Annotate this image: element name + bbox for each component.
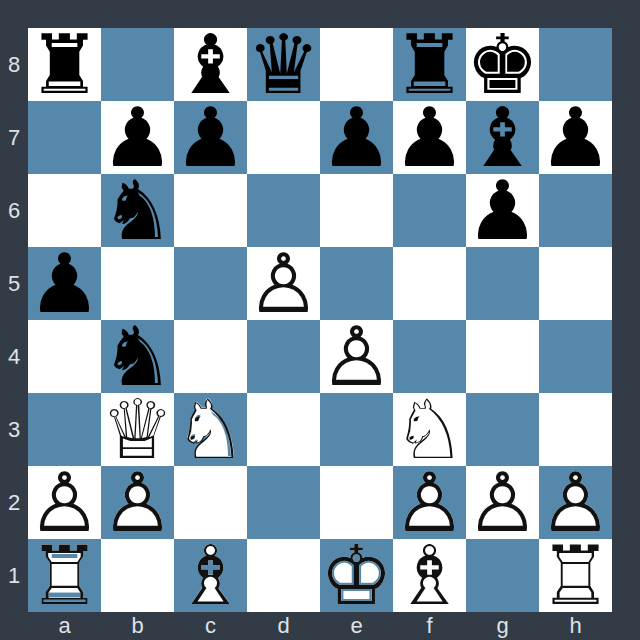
white-king-e1[interactable]: ♚♔ [320,539,393,612]
square-e6[interactable] [320,174,393,247]
piece-glyph: ♟ [320,101,393,174]
square-a1[interactable]: ♜♖ [28,539,101,612]
piece-glyph-outline: ♙ [101,466,174,539]
piece-glyph: ♜ [393,28,466,101]
rank-label-6: 6 [0,174,28,247]
square-b6[interactable]: ♞ [101,174,174,247]
piece-glyph: ♟ [539,466,612,539]
white-knight-c3[interactable]: ♞♘ [174,393,247,466]
file-label-h: h [539,612,612,640]
square-a3[interactable] [28,393,101,466]
piece-glyph-outline: ♖ [539,539,612,612]
square-d6[interactable] [247,174,320,247]
square-h8[interactable] [539,28,612,101]
piece-glyph: ♝ [393,539,466,612]
rank-label-3: 3 [0,393,28,466]
piece-glyph: ♞ [174,393,247,466]
piece-glyph: ♛ [101,393,174,466]
piece-glyph: ♚ [466,28,539,101]
white-pawn-g2[interactable]: ♟♙ [466,466,539,539]
square-h2[interactable]: ♟♙ [539,466,612,539]
file-label-d: d [247,612,320,640]
piece-glyph: ♝ [174,539,247,612]
white-pawn-d5[interactable]: ♟♙ [247,247,320,320]
square-d1[interactable] [247,539,320,612]
file-label-a: a [28,612,101,640]
square-a8[interactable]: ♜ [28,28,101,101]
square-g7[interactable]: ♝ [466,101,539,174]
square-h5[interactable] [539,247,612,320]
square-a4[interactable] [28,320,101,393]
piece-glyph-outline: ♗ [393,539,466,612]
square-f6[interactable] [393,174,466,247]
square-f7[interactable]: ♟ [393,101,466,174]
white-queen-b3[interactable]: ♛♕ [101,393,174,466]
square-b4[interactable]: ♞ [101,320,174,393]
square-h7[interactable]: ♟ [539,101,612,174]
piece-glyph: ♟ [174,101,247,174]
piece-glyph: ♟ [393,466,466,539]
piece-glyph: ♜ [539,539,612,612]
piece-glyph-outline: ♙ [320,320,393,393]
piece-glyph-outline: ♙ [466,466,539,539]
piece-glyph: ♝ [466,101,539,174]
white-knight-f3[interactable]: ♞♘ [393,393,466,466]
white-pawn-a2[interactable]: ♟♙ [28,466,101,539]
black-queen-d8[interactable]: ♛ [247,28,320,101]
board-frame: ♜♝♛♜♚♟♟♟♟♝♟♞♟♟♟♙♞♟♙♛♕♞♘♞♘♟♙♟♙♟♙♟♙♟♙♜♖♝♗♚… [0,0,640,640]
square-c6[interactable] [174,174,247,247]
white-bishop-c1[interactable]: ♝♗ [174,539,247,612]
square-e2[interactable] [320,466,393,539]
piece-glyph: ♟ [101,101,174,174]
file-label-f: f [393,612,466,640]
square-b8[interactable] [101,28,174,101]
square-d8[interactable]: ♛ [247,28,320,101]
piece-glyph: ♟ [101,466,174,539]
square-d5[interactable]: ♟♙ [247,247,320,320]
piece-glyph: ♞ [101,320,174,393]
square-g1[interactable] [466,539,539,612]
piece-glyph: ♜ [28,28,101,101]
square-h3[interactable] [539,393,612,466]
black-bishop-g7[interactable]: ♝ [466,101,539,174]
square-d4[interactable] [247,320,320,393]
piece-glyph-outline: ♖ [28,539,101,612]
piece-glyph: ♟ [539,101,612,174]
piece-glyph-outline: ♘ [393,393,466,466]
white-pawn-b2[interactable]: ♟♙ [101,466,174,539]
black-knight-b6[interactable]: ♞ [101,174,174,247]
square-f2[interactable]: ♟♙ [393,466,466,539]
square-e4[interactable]: ♟♙ [320,320,393,393]
piece-glyph: ♞ [101,174,174,247]
piece-glyph-outline: ♙ [28,466,101,539]
black-bishop-c8[interactable]: ♝ [174,28,247,101]
rank-label-4: 4 [0,320,28,393]
square-c5[interactable] [174,247,247,320]
black-pawn-b7[interactable]: ♟ [101,101,174,174]
square-f8[interactable]: ♜ [393,28,466,101]
square-g4[interactable] [466,320,539,393]
square-f3[interactable]: ♞♘ [393,393,466,466]
square-f1[interactable]: ♝♗ [393,539,466,612]
rank-label-7: 7 [0,101,28,174]
square-b2[interactable]: ♟♙ [101,466,174,539]
piece-glyph: ♟ [320,320,393,393]
rank-label-8: 8 [0,28,28,101]
piece-glyph-outline: ♗ [174,539,247,612]
square-h1[interactable]: ♜♖ [539,539,612,612]
square-b3[interactable]: ♛♕ [101,393,174,466]
square-h4[interactable] [539,320,612,393]
file-label-c: c [174,612,247,640]
square-a7[interactable] [28,101,101,174]
square-g5[interactable] [466,247,539,320]
square-c4[interactable] [174,320,247,393]
square-c7[interactable]: ♟ [174,101,247,174]
white-bishop-f1[interactable]: ♝♗ [393,539,466,612]
rank-label-1: 1 [0,539,28,612]
piece-glyph-outline: ♔ [320,539,393,612]
piece-glyph: ♚ [320,539,393,612]
piece-glyph: ♛ [247,28,320,101]
square-d3[interactable] [247,393,320,466]
square-b7[interactable]: ♟ [101,101,174,174]
square-b1[interactable] [101,539,174,612]
white-rook-h1[interactable]: ♜♖ [539,539,612,612]
square-g8[interactable]: ♚ [466,28,539,101]
square-h6[interactable] [539,174,612,247]
black-rook-f8[interactable]: ♜ [393,28,466,101]
black-pawn-e7[interactable]: ♟ [320,101,393,174]
white-rook-a1[interactable]: ♜♖ [28,539,101,612]
file-label-b: b [101,612,174,640]
piece-glyph-outline: ♙ [247,247,320,320]
piece-glyph: ♟ [393,101,466,174]
file-label-g: g [466,612,539,640]
square-a5[interactable]: ♟ [28,247,101,320]
piece-glyph: ♟ [466,466,539,539]
piece-glyph-outline: ♙ [393,466,466,539]
black-pawn-h7[interactable]: ♟ [539,101,612,174]
square-c1[interactable]: ♝♗ [174,539,247,612]
rank-label-2: 2 [0,466,28,539]
square-g3[interactable] [466,393,539,466]
black-pawn-a5[interactable]: ♟ [28,247,101,320]
square-e3[interactable] [320,393,393,466]
piece-glyph: ♞ [393,393,466,466]
black-king-g8[interactable]: ♚ [466,28,539,101]
square-c2[interactable] [174,466,247,539]
piece-glyph-outline: ♕ [101,393,174,466]
rank-label-5: 5 [0,247,28,320]
square-d2[interactable] [247,466,320,539]
white-pawn-e4[interactable]: ♟♙ [320,320,393,393]
piece-glyph-outline: ♘ [174,393,247,466]
square-c3[interactable]: ♞♘ [174,393,247,466]
square-e5[interactable] [320,247,393,320]
square-e8[interactable] [320,28,393,101]
piece-glyph-outline: ♙ [539,466,612,539]
white-pawn-h2[interactable]: ♟♙ [539,466,612,539]
square-e7[interactable]: ♟ [320,101,393,174]
square-f4[interactable] [393,320,466,393]
chess-board: ♜♝♛♜♚♟♟♟♟♝♟♞♟♟♟♙♞♟♙♛♕♞♘♞♘♟♙♟♙♟♙♟♙♟♙♜♖♝♗♚… [28,28,612,612]
black-rook-a8[interactable]: ♜ [28,28,101,101]
piece-glyph: ♝ [174,28,247,101]
square-d7[interactable] [247,101,320,174]
piece-glyph: ♟ [28,247,101,320]
black-pawn-g6[interactable]: ♟ [466,174,539,247]
square-e1[interactable]: ♚♔ [320,539,393,612]
white-pawn-f2[interactable]: ♟♙ [393,466,466,539]
black-pawn-c7[interactable]: ♟ [174,101,247,174]
piece-glyph: ♟ [247,247,320,320]
piece-glyph: ♜ [28,539,101,612]
square-f5[interactable] [393,247,466,320]
black-knight-b4[interactable]: ♞ [101,320,174,393]
piece-glyph: ♟ [28,466,101,539]
square-a2[interactable]: ♟♙ [28,466,101,539]
black-pawn-f7[interactable]: ♟ [393,101,466,174]
file-label-e: e [320,612,393,640]
square-b5[interactable] [101,247,174,320]
square-a6[interactable] [28,174,101,247]
piece-glyph: ♟ [466,174,539,247]
square-g6[interactable]: ♟ [466,174,539,247]
square-c8[interactable]: ♝ [174,28,247,101]
square-g2[interactable]: ♟♙ [466,466,539,539]
